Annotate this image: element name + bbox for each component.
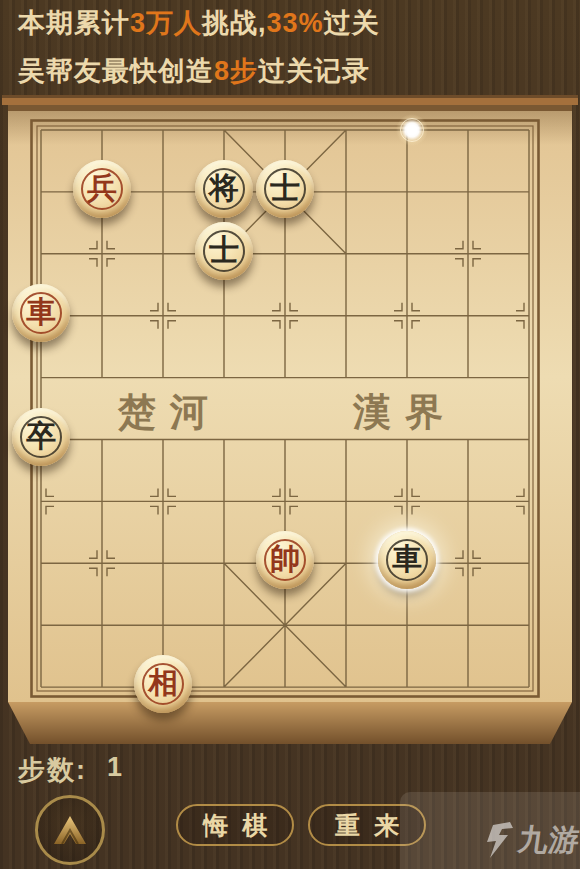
piece-glyph: 兵 bbox=[87, 173, 117, 203]
piece-glyph: 士 bbox=[270, 173, 300, 203]
board-top-bevel bbox=[8, 105, 572, 111]
piece-black-将-3-1[interactable]: 将 bbox=[195, 160, 253, 218]
board-face-shade bbox=[8, 111, 572, 145]
piece-red-相-2-9[interactable]: 相 bbox=[134, 655, 192, 713]
piece-glyph: 士 bbox=[209, 235, 239, 265]
board-bottom-bevel bbox=[8, 702, 572, 744]
piece-glyph: 帥 bbox=[270, 544, 300, 574]
watermark-text: 九游 bbox=[515, 820, 580, 861]
mountain-chevron-icon bbox=[48, 808, 92, 852]
piece-glyph: 将 bbox=[209, 173, 239, 203]
undo-move-button[interactable]: 悔棋 bbox=[176, 804, 294, 846]
step-counter-value: 1 bbox=[107, 752, 124, 788]
jiuyou-watermark: 九游 bbox=[486, 820, 580, 861]
piece-red-車-0-3[interactable]: 車 bbox=[12, 284, 70, 342]
river-label-han-jie: 漢界 bbox=[352, 391, 457, 433]
piece-black-卒-0-5[interactable]: 卒 bbox=[12, 408, 70, 466]
piece-glyph: 車 bbox=[392, 544, 422, 574]
collapse-panel-button[interactable] bbox=[35, 795, 105, 865]
piece-black-士-4-1[interactable]: 士 bbox=[256, 160, 314, 218]
board-top-edge bbox=[2, 98, 578, 105]
piece-black-士-3-2[interactable]: 士 bbox=[195, 222, 253, 280]
piece-glyph: 相 bbox=[148, 668, 178, 698]
river-label-chu-he: 楚河 bbox=[117, 391, 222, 433]
step-counter: 步数:1 bbox=[18, 752, 124, 788]
xiangqi-board[interactable]: 楚河 漢界 bbox=[0, 0, 580, 869]
piece-red-兵-1-1[interactable]: 兵 bbox=[73, 160, 131, 218]
piece-red-帥-4-7[interactable]: 帥 bbox=[256, 531, 314, 589]
step-counter-label: 步数: bbox=[18, 752, 87, 788]
jiuyou-logo-icon bbox=[486, 822, 514, 860]
piece-glyph: 卒 bbox=[26, 421, 56, 451]
piece-glyph: 車 bbox=[26, 297, 56, 327]
sparkle-effect bbox=[395, 113, 429, 147]
board-top-shadow bbox=[2, 95, 578, 98]
piece-black-車-6-7[interactable]: 車 bbox=[378, 531, 436, 589]
